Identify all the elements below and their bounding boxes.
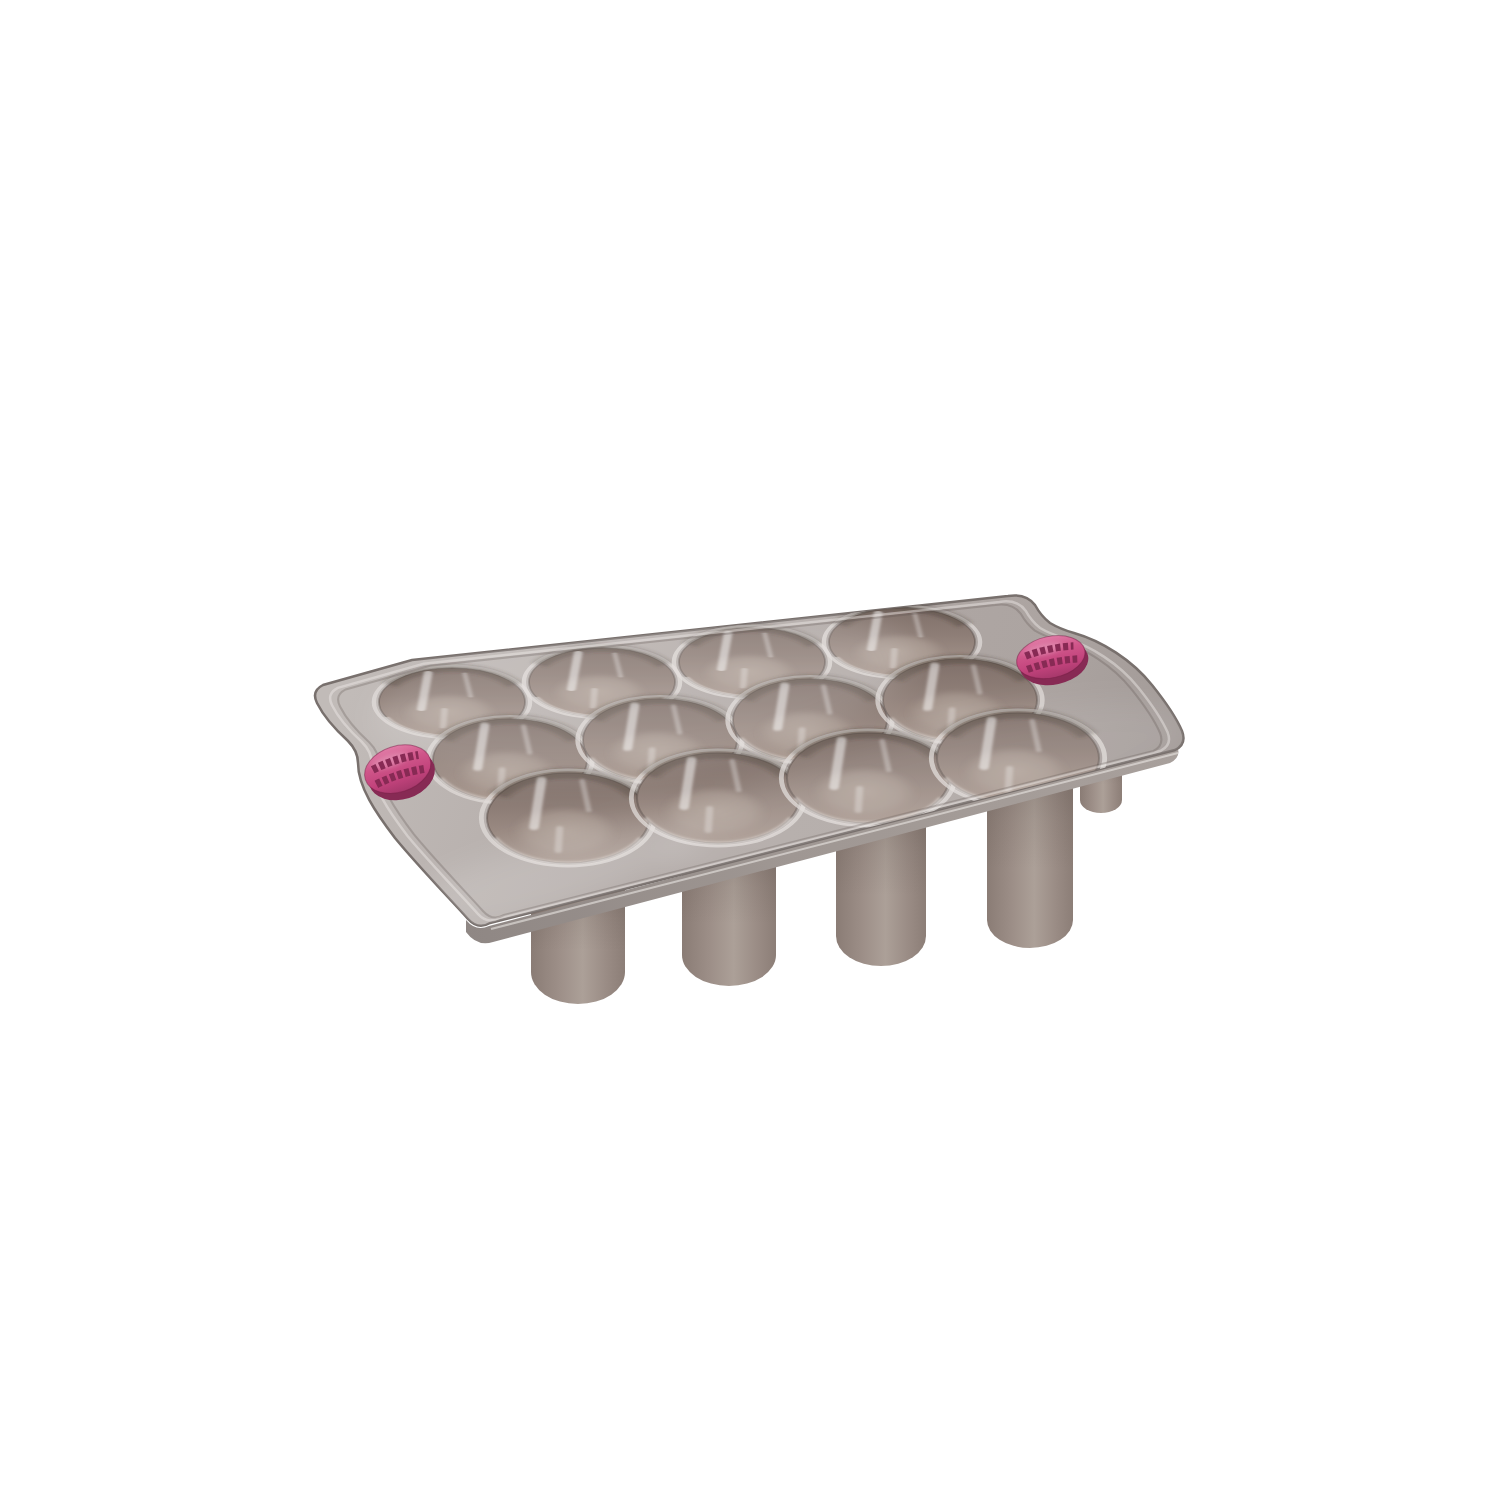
product-photo: Angled overhead product photo of a grey-… [0,0,1500,1500]
muffin-pan-illustration: Angled overhead product photo of a grey-… [0,0,1500,1500]
